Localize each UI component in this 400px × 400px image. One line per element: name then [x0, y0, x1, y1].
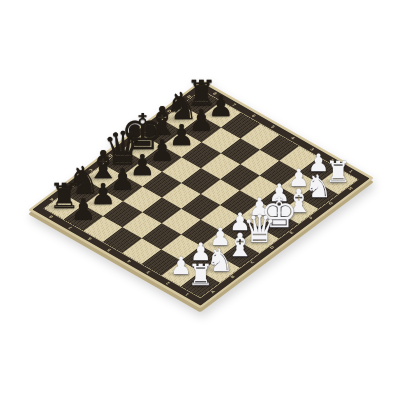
chessboard-scene: AA88BB77CC66DD55EE44FF33GG22HH11 ♜♞♝♛♚♝♞… [0, 0, 400, 400]
white-rook-piece[interactable]: ♜ [183, 261, 218, 290]
pieces-layer: ♜♞♝♛♚♝♞♜♟♟♟♟♟♟♟♟♟♟♟♟♟♟♟♟♜♞♝♛♚♝♞♜ [0, 0, 400, 400]
product-photo-stage: AA88BB77CC66DD55EE44FF33GG22HH11 ♜♞♝♛♚♝♞… [0, 0, 400, 400]
black-pawn-piece[interactable]: ♟ [66, 195, 101, 224]
